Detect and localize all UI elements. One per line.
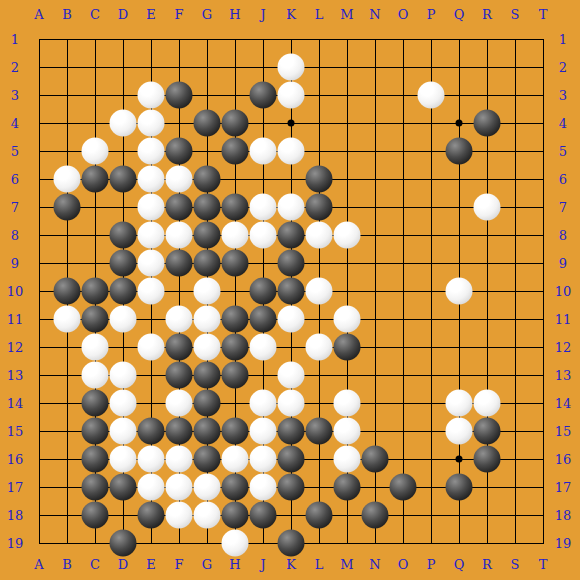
black-stone[interactable] [222,362,249,389]
white-stone[interactable] [194,502,221,529]
column-label-top: S [511,7,520,22]
white-stone[interactable] [222,530,249,557]
white-stone[interactable] [306,334,333,361]
row-label-right: 18 [555,508,572,523]
white-stone[interactable] [278,194,305,221]
white-stone[interactable] [446,418,473,445]
black-stone[interactable] [82,306,109,333]
column-label-top: A [34,7,43,22]
black-stone[interactable] [250,502,277,529]
black-stone[interactable] [138,418,165,445]
white-stone[interactable] [82,362,109,389]
column-label-top: H [229,7,240,22]
black-stone[interactable] [474,110,501,137]
white-stone[interactable] [138,82,165,109]
white-stone[interactable] [166,474,193,501]
white-stone[interactable] [166,502,193,529]
row-label-left: 9 [11,256,19,271]
white-stone[interactable] [334,418,361,445]
black-stone[interactable] [82,390,109,417]
row-label-right: 14 [555,396,572,411]
white-stone[interactable] [474,194,501,221]
column-label-top: K [286,7,296,22]
black-stone[interactable] [194,418,221,445]
column-label-bottom: N [369,557,380,572]
black-stone[interactable] [250,82,277,109]
black-stone[interactable] [250,306,277,333]
white-stone[interactable] [334,390,361,417]
row-label-left: 6 [11,172,19,187]
white-stone[interactable] [222,222,249,249]
row-label-right: 4 [559,116,567,131]
black-stone[interactable] [446,474,473,501]
black-stone[interactable] [166,418,193,445]
white-stone[interactable] [446,278,473,305]
column-label-top: J [260,7,265,22]
row-label-right: 1 [559,32,567,47]
row-label-left: 16 [7,452,24,467]
black-stone[interactable] [334,474,361,501]
black-stone[interactable] [166,138,193,165]
black-stone[interactable] [82,474,109,501]
row-label-left: 2 [11,60,19,75]
black-stone[interactable] [278,530,305,557]
column-label-bottom: Q [454,557,465,572]
column-label-top: P [427,7,436,22]
white-stone[interactable] [334,306,361,333]
white-stone[interactable] [278,362,305,389]
white-stone[interactable] [138,334,165,361]
row-label-left: 19 [7,536,24,551]
grid-line-horizontal [39,347,544,348]
black-stone[interactable] [166,82,193,109]
white-stone[interactable] [138,110,165,137]
white-stone[interactable] [194,278,221,305]
row-label-left: 12 [7,340,24,355]
column-label-bottom: M [340,557,353,572]
black-stone[interactable] [222,110,249,137]
black-stone[interactable] [166,334,193,361]
row-label-left: 4 [11,116,19,131]
black-stone[interactable] [166,250,193,277]
column-label-bottom: A [34,557,43,572]
black-stone[interactable] [110,222,137,249]
row-label-left: 18 [7,508,24,523]
black-stone[interactable] [110,474,137,501]
black-stone[interactable] [166,362,193,389]
column-label-top: E [146,7,156,22]
column-label-top: L [315,7,324,22]
column-label-top: T [539,7,548,22]
black-stone[interactable] [390,474,417,501]
black-stone[interactable] [222,306,249,333]
white-stone[interactable] [138,446,165,473]
white-stone[interactable] [110,362,137,389]
black-stone[interactable] [110,250,137,277]
column-label-top: O [398,7,409,22]
white-stone[interactable] [278,54,305,81]
white-stone[interactable] [250,194,277,221]
white-stone[interactable] [194,306,221,333]
row-label-right: 6 [559,172,567,187]
star-point [456,120,463,127]
black-stone[interactable] [110,278,137,305]
white-stone[interactable] [166,390,193,417]
white-stone[interactable] [54,306,81,333]
black-stone[interactable] [334,334,361,361]
white-stone[interactable] [110,418,137,445]
black-stone[interactable] [222,502,249,529]
white-stone[interactable] [278,390,305,417]
column-label-top: F [174,7,183,22]
black-stone[interactable] [194,390,221,417]
white-stone[interactable] [306,278,333,305]
black-stone[interactable] [194,194,221,221]
white-stone[interactable] [138,166,165,193]
go-board: AABBCCDDEEFFGGHHJJKKLLMMNNOOPPQQRRSSTT11… [0,0,580,580]
row-label-left: 14 [7,396,24,411]
white-stone[interactable] [222,446,249,473]
grid-line-vertical [543,39,544,544]
white-stone[interactable] [250,222,277,249]
black-stone[interactable] [306,194,333,221]
grid-line-vertical [403,39,404,544]
black-stone[interactable] [250,278,277,305]
white-stone[interactable] [250,446,277,473]
white-stone[interactable] [166,222,193,249]
white-stone[interactable] [334,446,361,473]
black-stone[interactable] [278,222,305,249]
row-label-right: 3 [559,88,567,103]
row-label-left: 5 [11,144,19,159]
star-point [456,456,463,463]
white-stone[interactable] [250,418,277,445]
black-stone[interactable] [194,250,221,277]
row-label-right: 8 [559,228,567,243]
row-label-right: 11 [555,312,572,327]
black-stone[interactable] [82,418,109,445]
go-app: { "game": "go", "board_size": 19, "colum… [0,0,580,580]
black-stone[interactable] [222,474,249,501]
white-stone[interactable] [334,222,361,249]
white-stone[interactable] [250,138,277,165]
column-label-top: R [482,7,492,22]
row-label-left: 7 [11,200,19,215]
white-stone[interactable] [250,474,277,501]
column-label-bottom: F [174,557,183,572]
column-label-bottom: B [62,557,72,572]
column-label-top: B [62,7,72,22]
white-stone[interactable] [278,306,305,333]
white-stone[interactable] [278,138,305,165]
row-label-left: 10 [7,284,24,299]
black-stone[interactable] [474,446,501,473]
white-stone[interactable] [82,138,109,165]
white-stone[interactable] [418,82,445,109]
white-stone[interactable] [138,250,165,277]
black-stone[interactable] [278,474,305,501]
black-stone[interactable] [110,166,137,193]
black-stone[interactable] [222,334,249,361]
white-stone[interactable] [110,306,137,333]
grid-line-vertical [431,39,432,544]
row-label-left: 3 [11,88,19,103]
white-stone[interactable] [306,222,333,249]
black-stone[interactable] [306,502,333,529]
column-label-bottom: G [202,557,212,572]
column-label-top: G [202,7,212,22]
black-stone[interactable] [54,194,81,221]
column-label-bottom: P [427,557,436,572]
column-label-bottom: S [511,557,520,572]
black-stone[interactable] [222,418,249,445]
row-label-right: 9 [559,256,567,271]
row-label-left: 1 [11,32,19,47]
column-label-top: D [118,7,128,22]
white-stone[interactable] [110,110,137,137]
column-label-bottom: D [118,557,128,572]
black-stone[interactable] [222,250,249,277]
black-stone[interactable] [278,278,305,305]
black-stone[interactable] [278,418,305,445]
column-label-bottom: H [229,557,240,572]
column-label-bottom: E [146,557,156,572]
black-stone[interactable] [166,194,193,221]
white-stone[interactable] [166,166,193,193]
black-stone[interactable] [306,166,333,193]
black-stone[interactable] [278,250,305,277]
column-label-bottom: C [90,557,100,572]
white-stone[interactable] [166,306,193,333]
black-stone[interactable] [222,138,249,165]
column-label-top: M [340,7,353,22]
black-stone[interactable] [82,278,109,305]
grid-line-vertical [515,39,516,544]
black-stone[interactable] [82,166,109,193]
row-label-right: 19 [555,536,572,551]
row-label-right: 12 [555,340,572,355]
star-point [288,120,295,127]
row-label-right: 16 [555,452,572,467]
column-label-top: C [90,7,100,22]
black-stone[interactable] [82,502,109,529]
white-stone[interactable] [138,138,165,165]
white-stone[interactable] [194,334,221,361]
row-label-right: 10 [555,284,572,299]
row-label-right: 5 [559,144,567,159]
row-label-left: 15 [7,424,24,439]
black-stone[interactable] [110,530,137,557]
row-label-left: 13 [7,368,24,383]
column-label-bottom: T [539,557,548,572]
black-stone[interactable] [82,446,109,473]
column-label-top: N [369,7,380,22]
black-stone[interactable] [194,446,221,473]
white-stone[interactable] [278,82,305,109]
white-stone[interactable] [110,446,137,473]
white-stone[interactable] [250,390,277,417]
column-label-bottom: L [315,557,324,572]
white-stone[interactable] [446,390,473,417]
row-label-right: 17 [555,480,572,495]
white-stone[interactable] [138,222,165,249]
black-stone[interactable] [362,502,389,529]
white-stone[interactable] [474,390,501,417]
row-label-right: 7 [559,200,567,215]
white-stone[interactable] [110,390,137,417]
row-label-left: 11 [7,312,24,327]
white-stone[interactable] [138,474,165,501]
row-label-left: 8 [11,228,19,243]
white-stone[interactable] [138,278,165,305]
row-label-right: 15 [555,424,572,439]
row-label-right: 13 [555,368,572,383]
black-stone[interactable] [194,222,221,249]
black-stone[interactable] [222,194,249,221]
white-stone[interactable] [82,334,109,361]
black-stone[interactable] [194,110,221,137]
column-label-bottom: R [482,557,492,572]
black-stone[interactable] [306,418,333,445]
white-stone[interactable] [138,194,165,221]
column-label-bottom: O [398,557,409,572]
column-label-bottom: J [260,557,265,572]
row-label-left: 17 [7,480,24,495]
black-stone[interactable] [446,138,473,165]
black-stone[interactable] [362,446,389,473]
row-label-right: 2 [559,60,567,75]
black-stone[interactable] [138,502,165,529]
black-stone[interactable] [474,418,501,445]
column-label-top: Q [454,7,465,22]
white-stone[interactable] [166,446,193,473]
column-label-bottom: K [286,557,296,572]
black-stone[interactable] [278,446,305,473]
white-stone[interactable] [54,166,81,193]
black-stone[interactable] [194,166,221,193]
grid-line-horizontal [39,515,544,516]
white-stone[interactable] [194,474,221,501]
black-stone[interactable] [194,362,221,389]
black-stone[interactable] [54,278,81,305]
white-stone[interactable] [250,334,277,361]
